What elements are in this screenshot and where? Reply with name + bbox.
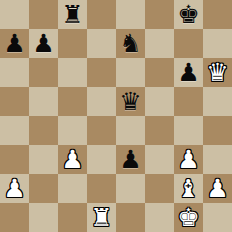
square-a5[interactable]: [0, 87, 29, 116]
square-c6[interactable]: [58, 58, 87, 87]
square-a6[interactable]: [0, 58, 29, 87]
square-g7[interactable]: [174, 29, 203, 58]
square-b4[interactable]: [29, 116, 58, 145]
square-f5[interactable]: [145, 87, 174, 116]
piece-black-pawn: ♟: [3, 29, 25, 58]
piece-white-queen: ♛: [206, 58, 228, 87]
square-e6[interactable]: [116, 58, 145, 87]
piece-white-rook: ♜: [90, 203, 112, 232]
square-d4[interactable]: [87, 116, 116, 145]
square-g8[interactable]: ♚: [174, 0, 203, 29]
square-g2[interactable]: ♝: [174, 174, 203, 203]
square-b3[interactable]: [29, 145, 58, 174]
square-b7[interactable]: ♟: [29, 29, 58, 58]
square-e5[interactable]: ♛: [116, 87, 145, 116]
square-h7[interactable]: [203, 29, 232, 58]
piece-black-pawn: ♟: [32, 29, 54, 58]
square-f6[interactable]: [145, 58, 174, 87]
square-c1[interactable]: [58, 203, 87, 232]
square-a7[interactable]: ♟: [0, 29, 29, 58]
square-a2[interactable]: ♟: [0, 174, 29, 203]
square-g4[interactable]: [174, 116, 203, 145]
square-g1[interactable]: ♚: [174, 203, 203, 232]
square-e1[interactable]: [116, 203, 145, 232]
piece-black-knight: ♞: [119, 29, 141, 58]
square-a4[interactable]: [0, 116, 29, 145]
square-a3[interactable]: [0, 145, 29, 174]
piece-black-pawn: ♟: [119, 145, 141, 174]
square-e7[interactable]: ♞: [116, 29, 145, 58]
piece-black-pawn: ♟: [177, 58, 199, 87]
square-b2[interactable]: [29, 174, 58, 203]
square-g6[interactable]: ♟: [174, 58, 203, 87]
square-e2[interactable]: [116, 174, 145, 203]
square-h5[interactable]: [203, 87, 232, 116]
square-f1[interactable]: [145, 203, 174, 232]
square-b1[interactable]: [29, 203, 58, 232]
square-c4[interactable]: [58, 116, 87, 145]
square-c3[interactable]: ♟: [58, 145, 87, 174]
square-h1[interactable]: [203, 203, 232, 232]
square-h8[interactable]: [203, 0, 232, 29]
square-d2[interactable]: [87, 174, 116, 203]
piece-white-pawn: ♟: [177, 145, 199, 174]
square-d7[interactable]: [87, 29, 116, 58]
square-b6[interactable]: [29, 58, 58, 87]
square-a8[interactable]: [0, 0, 29, 29]
square-f3[interactable]: [145, 145, 174, 174]
piece-white-bishop: ♝: [177, 174, 199, 203]
piece-white-king: ♚: [177, 203, 199, 232]
square-g3[interactable]: ♟: [174, 145, 203, 174]
square-f2[interactable]: [145, 174, 174, 203]
chess-board: ♜♚♟♟♞♟♛♛♟♟♟♟♝♟♜♚: [0, 0, 232, 232]
square-a1[interactable]: [0, 203, 29, 232]
piece-black-rook: ♜: [61, 0, 83, 29]
square-d3[interactable]: [87, 145, 116, 174]
square-d8[interactable]: [87, 0, 116, 29]
square-f4[interactable]: [145, 116, 174, 145]
square-h6[interactable]: ♛: [203, 58, 232, 87]
piece-white-pawn: ♟: [61, 145, 83, 174]
square-c5[interactable]: [58, 87, 87, 116]
square-d1[interactable]: ♜: [87, 203, 116, 232]
square-c7[interactable]: [58, 29, 87, 58]
square-e3[interactable]: ♟: [116, 145, 145, 174]
piece-black-king: ♚: [177, 0, 199, 29]
square-d6[interactable]: [87, 58, 116, 87]
piece-white-pawn: ♟: [206, 174, 228, 203]
square-e8[interactable]: [116, 0, 145, 29]
square-b8[interactable]: [29, 0, 58, 29]
square-h3[interactable]: [203, 145, 232, 174]
piece-white-pawn: ♟: [3, 174, 25, 203]
square-c2[interactable]: [58, 174, 87, 203]
square-f7[interactable]: [145, 29, 174, 58]
square-b5[interactable]: [29, 87, 58, 116]
square-h4[interactable]: [203, 116, 232, 145]
square-h2[interactable]: ♟: [203, 174, 232, 203]
square-g5[interactable]: [174, 87, 203, 116]
square-c8[interactable]: ♜: [58, 0, 87, 29]
square-f8[interactable]: [145, 0, 174, 29]
square-e4[interactable]: [116, 116, 145, 145]
piece-black-queen: ♛: [119, 87, 141, 116]
square-d5[interactable]: [87, 87, 116, 116]
